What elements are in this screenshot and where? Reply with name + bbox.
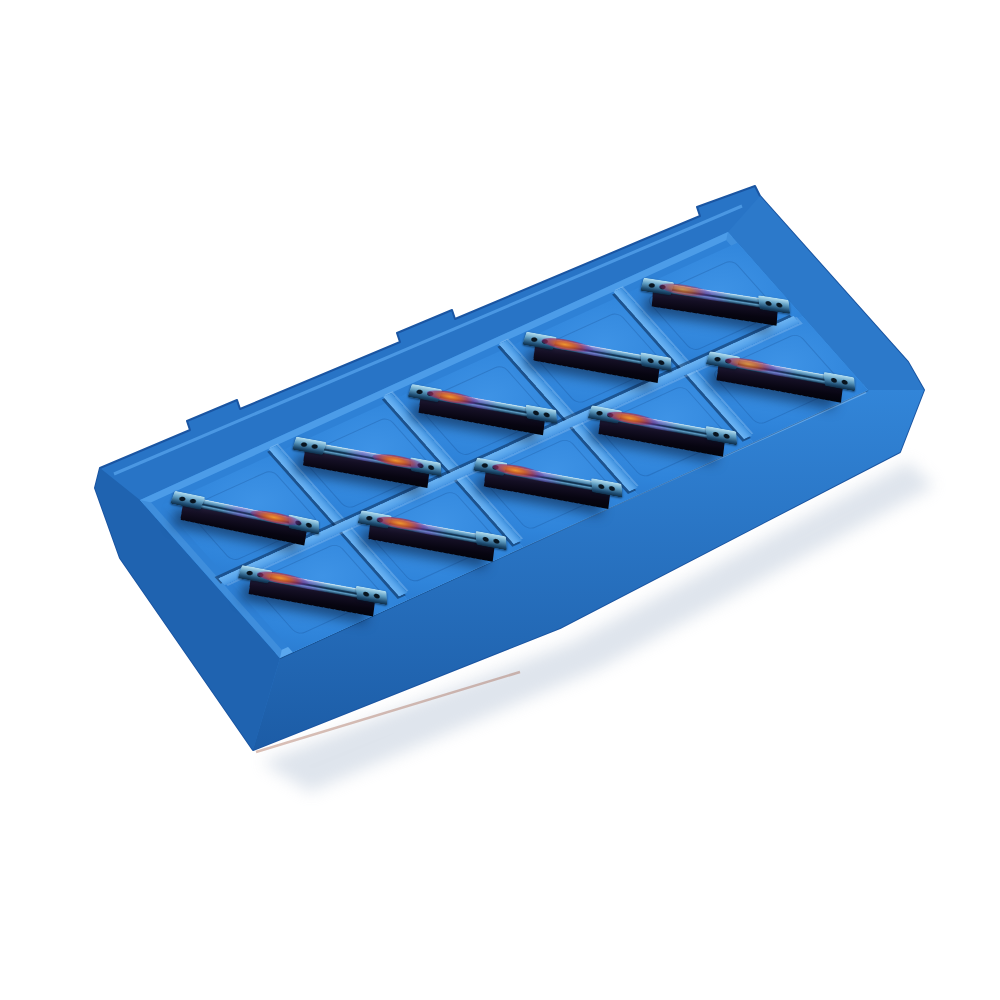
insert-cutting-end-left — [292, 436, 327, 455]
grooving-insert-r1c5 — [642, 277, 788, 328]
product-photo — [0, 0, 1000, 1000]
grooving-insert-r1c2 — [294, 436, 441, 491]
grooving-insert-r2c3 — [474, 457, 621, 512]
grooving-insert-r1c3 — [409, 383, 556, 438]
insert-cutting-end-left — [170, 491, 205, 510]
grooving-insert-r1c4 — [524, 331, 671, 386]
grooving-insert-r2c4 — [589, 404, 736, 459]
grooving-insert-r2c5 — [707, 351, 854, 406]
grooving-insert-r2c2 — [359, 509, 506, 564]
grooving-insert-r2c1 — [239, 564, 386, 619]
grooving-insert-r1c1 — [171, 490, 318, 548]
